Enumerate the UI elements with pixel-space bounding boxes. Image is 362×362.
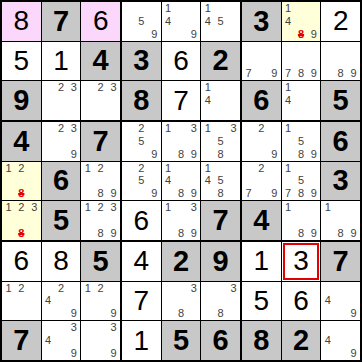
cell-r5c9[interactable]: 3 bbox=[321, 162, 360, 201]
box-1: 87651492323 bbox=[2, 2, 120, 120]
candidate-1: 1 bbox=[2, 201, 15, 214]
candidate-2: 2 bbox=[94, 201, 107, 214]
candidate-4: 4 bbox=[201, 94, 214, 107]
candidate-1: 1 bbox=[162, 122, 175, 135]
candidate-4: 4 bbox=[201, 15, 214, 28]
candidate-2: 2 bbox=[135, 162, 148, 175]
solved-digit: 6 bbox=[2, 242, 41, 281]
given-digit: 5 bbox=[321, 81, 360, 120]
cell-r7c1[interactable]: 6 bbox=[2, 242, 41, 281]
cell-r7c8[interactable]: 3 bbox=[282, 242, 321, 281]
given-digit: 3 bbox=[122, 42, 161, 81]
candidate-3: 3 bbox=[67, 81, 80, 94]
box-7: 68512249129734939 bbox=[2, 242, 120, 360]
cell-r4c5[interactable]: 1389 bbox=[162, 122, 201, 161]
cell-r9c9[interactable]: 49 bbox=[321, 321, 360, 360]
given-digit: 5 bbox=[42, 201, 81, 240]
candidate-4: 4 bbox=[42, 295, 55, 308]
cell-r4c1[interactable]: 4 bbox=[2, 122, 41, 161]
given-digit: 7 bbox=[81, 122, 120, 161]
given-digit: 4 bbox=[242, 201, 281, 240]
candidate-4: 4 bbox=[321, 334, 334, 347]
cell-r3c6[interactable]: 14 bbox=[201, 81, 240, 120]
cell-r5c7[interactable]: 279 bbox=[242, 162, 281, 201]
candidate-8: 8 bbox=[214, 307, 227, 320]
candidate-3: 3 bbox=[187, 122, 200, 135]
cell-r8c5[interactable]: 38 bbox=[162, 282, 201, 321]
candidate-1: 1 bbox=[201, 2, 214, 15]
cell-r4c8[interactable]: 1589 bbox=[282, 122, 321, 161]
cell-r7c7[interactable]: 1 bbox=[242, 242, 281, 281]
given-digit: 7 bbox=[321, 242, 360, 281]
candidate-1: 1 bbox=[282, 122, 295, 135]
candidate-2: 2 bbox=[135, 122, 148, 135]
given-digit: 6 bbox=[42, 162, 81, 201]
candidate-1: 1 bbox=[282, 2, 295, 15]
candidate-8: 8 bbox=[214, 148, 227, 161]
given-digit: 3 bbox=[242, 2, 281, 41]
candidate-1: 1 bbox=[282, 81, 295, 94]
candidate-8: 8 bbox=[175, 187, 188, 200]
candidate-4: 4 bbox=[42, 334, 55, 347]
candidate-9: 9 bbox=[347, 227, 360, 240]
cell-r3c4[interactable]: 8 bbox=[122, 81, 161, 120]
candidate-9: 9 bbox=[107, 307, 120, 320]
given-digit: 2 bbox=[162, 242, 201, 281]
box-3: 31489279789896145 bbox=[242, 2, 360, 120]
candidate-9: 9 bbox=[107, 227, 120, 240]
cell-r5c4[interactable]: 259 bbox=[122, 162, 161, 201]
cell-r3c5[interactable]: 7 bbox=[162, 81, 201, 120]
cell-r1c4[interactable]: 59 bbox=[122, 2, 161, 41]
solved-digit: 6 bbox=[162, 42, 201, 81]
candidate-8: 8 bbox=[94, 187, 107, 200]
cell-r7c6[interactable]: 9 bbox=[201, 242, 240, 281]
candidate-1: 1 bbox=[162, 2, 175, 15]
given-digit: 7 bbox=[2, 321, 41, 360]
cell-r9c5[interactable]: 5 bbox=[162, 321, 201, 360]
candidate-5: 5 bbox=[214, 175, 227, 188]
given-digit: 6 bbox=[201, 321, 240, 360]
candidate-2: 2 bbox=[255, 122, 268, 135]
box-6: 29158962791578934189189 bbox=[242, 122, 360, 240]
cell-r2c4[interactable]: 3 bbox=[122, 42, 161, 81]
cell-r8c2[interactable]: 249 bbox=[42, 282, 81, 321]
cell-r8c4[interactable]: 7 bbox=[122, 282, 161, 321]
box-9: 13756498249 bbox=[242, 242, 360, 360]
candidate-9: 9 bbox=[67, 307, 80, 320]
cell-r4c9[interactable]: 6 bbox=[321, 122, 360, 161]
candidate-9: 9 bbox=[187, 187, 200, 200]
candidate-8: 8 bbox=[295, 67, 308, 80]
cell-r6c2[interactable]: 5 bbox=[42, 201, 81, 240]
candidate-9: 9 bbox=[347, 67, 360, 80]
solved-digit: 6 bbox=[122, 201, 161, 240]
eliminated-candidate-8: 8 bbox=[295, 28, 308, 41]
cell-r6c4[interactable]: 6 bbox=[122, 201, 161, 240]
cell-r2c1[interactable]: 5 bbox=[2, 42, 41, 81]
cell-r3c9[interactable]: 5 bbox=[321, 81, 360, 120]
cell-r5c6[interactable]: 1458 bbox=[201, 162, 240, 201]
candidate-8: 8 bbox=[295, 148, 308, 161]
candidate-9: 9 bbox=[67, 347, 80, 360]
cell-r7c5[interactable]: 2 bbox=[162, 242, 201, 281]
candidate-9: 9 bbox=[148, 187, 161, 200]
solved-digit: 5 bbox=[242, 282, 281, 321]
cell-r9c4[interactable]: 1 bbox=[122, 321, 161, 360]
given-digit: 9 bbox=[201, 242, 240, 281]
cell-r3c3[interactable]: 23 bbox=[81, 81, 120, 120]
cell-r9c7[interactable]: 8 bbox=[242, 321, 281, 360]
given-digit: 2 bbox=[282, 321, 321, 360]
cell-r6c9[interactable]: 189 bbox=[321, 201, 360, 240]
cell-r1c3[interactable]: 6 bbox=[81, 2, 120, 41]
candidate-1: 1 bbox=[2, 282, 15, 295]
cell-r7c4[interactable]: 4 bbox=[122, 242, 161, 281]
candidate-3: 3 bbox=[187, 201, 200, 214]
candidate-9: 9 bbox=[307, 67, 320, 80]
given-digit: 8 bbox=[242, 321, 281, 360]
cell-r8c1[interactable]: 12 bbox=[2, 282, 41, 321]
given-digit: 3 bbox=[321, 162, 360, 201]
candidate-9: 9 bbox=[67, 148, 80, 161]
candidate-9: 9 bbox=[268, 187, 281, 200]
candidate-5: 5 bbox=[135, 175, 148, 188]
given-digit: 5 bbox=[81, 242, 120, 281]
cell-r9c8[interactable]: 2 bbox=[282, 321, 321, 360]
candidate-8: 8 bbox=[175, 227, 188, 240]
cell-r8c6[interactable]: 38 bbox=[201, 282, 240, 321]
candidate-9: 9 bbox=[307, 227, 320, 240]
box-5: 2591389135825914891458613897 bbox=[122, 122, 240, 240]
candidate-2: 2 bbox=[55, 282, 68, 295]
cell-r6c5[interactable]: 1389 bbox=[162, 201, 201, 240]
given-digit: 4 bbox=[81, 42, 120, 81]
cell-r4c4[interactable]: 259 bbox=[122, 122, 161, 161]
cell-r3c1[interactable]: 9 bbox=[2, 81, 41, 120]
candidate-9: 9 bbox=[148, 28, 161, 41]
cell-r8c9[interactable]: 49 bbox=[321, 282, 360, 321]
candidate-8: 8 bbox=[94, 227, 107, 240]
cell-r6c8[interactable]: 189 bbox=[282, 201, 321, 240]
cell-r6c7[interactable]: 4 bbox=[242, 201, 281, 240]
cell-r1c7[interactable]: 3 bbox=[242, 2, 281, 41]
cell-r1c9[interactable]: 2 bbox=[321, 2, 360, 41]
candidate-3: 3 bbox=[107, 321, 120, 334]
candidate-2: 2 bbox=[15, 162, 28, 175]
cell-r7c9[interactable]: 7 bbox=[321, 242, 360, 281]
given-digit: 4 bbox=[2, 122, 41, 161]
solved-digit: 5 bbox=[2, 42, 41, 81]
candidate-9: 9 bbox=[148, 148, 161, 161]
candidate-4: 4 bbox=[162, 175, 175, 188]
cell-r7c3[interactable]: 5 bbox=[81, 242, 120, 281]
eliminated-candidate-8: 8 bbox=[15, 227, 28, 240]
given-digit: 7 bbox=[201, 201, 240, 240]
cell-r9c1[interactable]: 7 bbox=[2, 321, 41, 360]
candidate-9: 9 bbox=[187, 28, 200, 41]
solved-digit: 1 bbox=[42, 42, 81, 81]
cell-r2c9[interactable]: 89 bbox=[321, 42, 360, 81]
cell-r8c7[interactable]: 5 bbox=[242, 282, 281, 321]
cell-r5c5[interactable]: 1489 bbox=[162, 162, 201, 201]
candidate-7: 7 bbox=[242, 67, 255, 80]
candidate-9: 9 bbox=[187, 148, 200, 161]
solved-digit: 2 bbox=[321, 2, 360, 41]
candidate-2: 2 bbox=[94, 282, 107, 295]
candidate-8: 8 bbox=[334, 227, 347, 240]
candidate-4: 4 bbox=[321, 295, 334, 308]
candidate-3: 3 bbox=[107, 81, 120, 94]
candidate-8: 8 bbox=[175, 148, 188, 161]
solved-digit: 8 bbox=[2, 2, 41, 41]
cell-r4c2[interactable]: 239 bbox=[42, 122, 81, 161]
cell-r9c6[interactable]: 6 bbox=[201, 321, 240, 360]
solved-digit: 7 bbox=[122, 282, 161, 321]
candidate-2: 2 bbox=[55, 81, 68, 94]
cell-r1c1[interactable]: 8 bbox=[2, 2, 41, 41]
given-digit: 5 bbox=[162, 321, 201, 360]
candidate-8: 8 bbox=[295, 227, 308, 240]
cell-r4c6[interactable]: 1358 bbox=[201, 122, 240, 161]
candidate-8: 8 bbox=[295, 187, 308, 200]
candidate-3: 3 bbox=[227, 122, 240, 135]
solved-digit: 7 bbox=[162, 81, 201, 120]
candidate-9: 9 bbox=[307, 187, 320, 200]
cell-r9c2[interactable]: 349 bbox=[42, 321, 81, 360]
candidate-9: 9 bbox=[187, 227, 200, 240]
candidate-3: 3 bbox=[187, 282, 200, 295]
cell-r6c1[interactable]: 1238 bbox=[2, 201, 41, 240]
candidate-8: 8 bbox=[214, 187, 227, 200]
candidate-9: 9 bbox=[268, 148, 281, 161]
cell-r2c8[interactable]: 789 bbox=[282, 42, 321, 81]
solved-digit: 6 bbox=[81, 2, 120, 41]
cell-r7c2[interactable]: 8 bbox=[42, 242, 81, 281]
cell-r2c7[interactable]: 79 bbox=[242, 42, 281, 81]
candidate-9: 9 bbox=[347, 347, 360, 360]
cell-r2c2[interactable]: 1 bbox=[42, 42, 81, 81]
box-4: 42397128612891238512389 bbox=[2, 122, 120, 240]
candidate-1: 1 bbox=[2, 162, 15, 175]
candidate-1: 1 bbox=[81, 162, 94, 175]
cell-r4c7[interactable]: 29 bbox=[242, 122, 281, 161]
candidate-1: 1 bbox=[282, 162, 295, 175]
candidate-4: 4 bbox=[282, 94, 295, 107]
candidate-5: 5 bbox=[214, 135, 227, 148]
cell-r6c6[interactable]: 7 bbox=[201, 201, 240, 240]
candidate-4: 4 bbox=[162, 15, 175, 28]
candidate-8: 8 bbox=[175, 307, 188, 320]
given-digit: 2 bbox=[201, 42, 240, 81]
candidate-1: 1 bbox=[321, 201, 334, 214]
candidate-2: 2 bbox=[15, 282, 28, 295]
given-digit: 8 bbox=[122, 81, 161, 120]
sudoku-board: 8765149232359149145362871431489279789896… bbox=[0, 0, 362, 362]
cell-r9c3[interactable]: 39 bbox=[81, 321, 120, 360]
candidate-7: 7 bbox=[242, 187, 255, 200]
box-8: 42973838156 bbox=[122, 242, 240, 360]
candidate-5: 5 bbox=[295, 135, 308, 148]
candidate-5: 5 bbox=[295, 175, 308, 188]
candidate-4: 4 bbox=[282, 15, 295, 28]
given-digit: 6 bbox=[321, 122, 360, 161]
cell-r4c3[interactable]: 7 bbox=[81, 122, 120, 161]
candidate-7: 7 bbox=[282, 187, 295, 200]
cell-r1c8[interactable]: 1489 bbox=[282, 2, 321, 41]
candidate-9: 9 bbox=[307, 28, 320, 41]
candidate-1: 1 bbox=[162, 201, 175, 214]
cell-r2c5[interactable]: 6 bbox=[162, 42, 201, 81]
candidate-9: 9 bbox=[347, 307, 360, 320]
candidate-2: 2 bbox=[94, 81, 107, 94]
candidate-2: 2 bbox=[94, 162, 107, 175]
candidate-9: 9 bbox=[268, 67, 281, 80]
candidate-5: 5 bbox=[214, 15, 227, 28]
candidate-2: 2 bbox=[55, 122, 68, 135]
candidate-1: 1 bbox=[162, 162, 175, 175]
cell-r3c7[interactable]: 6 bbox=[242, 81, 281, 120]
solved-digit: 3 bbox=[282, 242, 321, 281]
cell-r8c3[interactable]: 129 bbox=[81, 282, 120, 321]
candidate-1: 1 bbox=[81, 201, 94, 214]
candidate-9: 9 bbox=[307, 148, 320, 161]
candidate-4: 4 bbox=[201, 175, 214, 188]
candidate-1: 1 bbox=[201, 162, 214, 175]
cell-r5c3[interactable]: 1289 bbox=[81, 162, 120, 201]
solved-digit: 8 bbox=[42, 242, 81, 281]
given-digit: 6 bbox=[242, 81, 281, 120]
cell-r2c6[interactable]: 2 bbox=[201, 42, 240, 81]
candidate-3: 3 bbox=[28, 201, 41, 214]
candidate-8: 8 bbox=[334, 67, 347, 80]
cell-r5c8[interactable]: 15789 bbox=[282, 162, 321, 201]
solved-digit: 4 bbox=[122, 242, 161, 281]
cell-r2c3[interactable]: 4 bbox=[81, 42, 120, 81]
candidate-5: 5 bbox=[135, 135, 148, 148]
cell-r5c1[interactable]: 128 bbox=[2, 162, 41, 201]
candidate-3: 3 bbox=[67, 122, 80, 135]
eliminated-candidate-8: 8 bbox=[15, 187, 28, 200]
cell-r1c6[interactable]: 145 bbox=[201, 2, 240, 41]
cell-r6c3[interactable]: 12389 bbox=[81, 201, 120, 240]
cell-r3c8[interactable]: 14 bbox=[282, 81, 321, 120]
cell-r1c2[interactable]: 7 bbox=[42, 2, 81, 41]
cell-r5c2[interactable]: 6 bbox=[42, 162, 81, 201]
candidate-2: 2 bbox=[15, 201, 28, 214]
candidate-1: 1 bbox=[201, 81, 214, 94]
candidate-1: 1 bbox=[81, 282, 94, 295]
solved-digit: 1 bbox=[242, 242, 281, 281]
given-digit: 9 bbox=[2, 81, 41, 120]
solved-digit: 6 bbox=[282, 282, 321, 321]
cell-r3c2[interactable]: 23 bbox=[42, 81, 81, 120]
box-2: 591491453628714 bbox=[122, 2, 240, 120]
solved-digit: 1 bbox=[122, 321, 161, 360]
candidate-7: 7 bbox=[282, 67, 295, 80]
candidate-1: 1 bbox=[282, 201, 295, 214]
candidate-1: 1 bbox=[201, 122, 214, 135]
cell-r8c8[interactable]: 6 bbox=[282, 282, 321, 321]
candidate-3: 3 bbox=[107, 201, 120, 214]
candidate-3: 3 bbox=[67, 321, 80, 334]
given-digit: 7 bbox=[42, 2, 81, 41]
cell-r1c5[interactable]: 149 bbox=[162, 2, 201, 41]
candidate-5: 5 bbox=[135, 15, 148, 28]
candidate-9: 9 bbox=[107, 347, 120, 360]
candidate-9: 9 bbox=[107, 187, 120, 200]
candidate-2: 2 bbox=[255, 162, 268, 175]
candidate-3: 3 bbox=[227, 282, 240, 295]
